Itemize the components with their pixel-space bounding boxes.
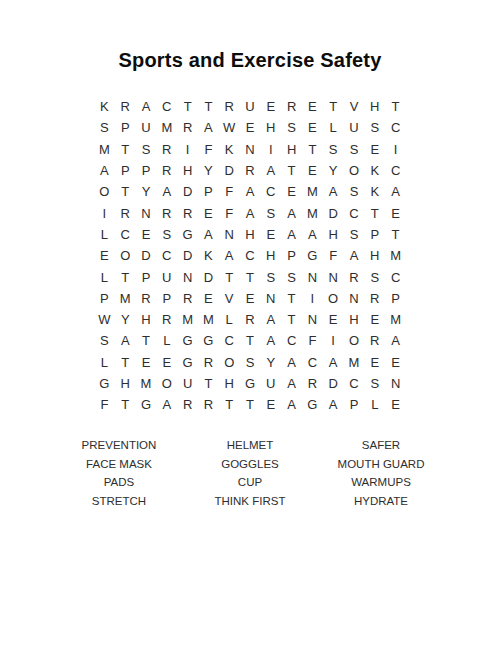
grid-cell[interactable]: U [344,117,365,138]
grid-cell[interactable]: A [198,117,219,138]
grid-cell[interactable]: C [385,117,406,138]
grid-cell[interactable]: A [281,202,302,223]
grid-cell[interactable]: D [177,245,198,266]
grid-cell[interactable]: A [260,330,281,351]
grid-cell[interactable]: H [323,224,344,245]
grid-cell[interactable]: T [281,288,302,309]
grid-cell[interactable]: H [177,160,198,181]
grid-cell[interactable]: A [136,96,157,117]
grid-cell[interactable]: E [385,202,406,223]
grid-cell[interactable]: H [364,245,385,266]
grid-cell[interactable]: M [385,309,406,330]
grid-cell[interactable]: G [240,373,261,394]
grid-cell[interactable]: E [94,245,115,266]
word-list-item: HYDRATE [316,492,446,510]
grid-cell[interactable]: S [364,373,385,394]
grid-cell[interactable]: A [156,181,177,202]
grid-cell[interactable]: A [156,394,177,415]
grid-cell[interactable]: V [344,96,365,117]
grid-cell[interactable]: F [198,139,219,160]
grid-cell[interactable]: H [240,224,261,245]
grid-cell[interactable]: Y [323,160,344,181]
grid-cell[interactable]: T [136,330,157,351]
grid-cell[interactable]: P [385,288,406,309]
letter-grid: KRACTTRUERETVHTSPUMRAWEHSELUSCMTSRIFKNIH… [94,96,406,415]
grid-cell[interactable]: E [136,352,157,373]
grid-cell[interactable]: D [323,373,344,394]
grid-cell[interactable]: C [156,245,177,266]
grid-cell[interactable]: S [344,139,365,160]
grid-cell[interactable]: S [344,224,365,245]
grid-cell[interactable]: P [344,394,365,415]
grid-cell[interactable]: Y [260,352,281,373]
grid-cell[interactable]: C [344,373,365,394]
grid-cell[interactable]: M [302,202,323,223]
grid-cell[interactable]: C [385,266,406,287]
grid-cell[interactable]: R [364,288,385,309]
grid-cell[interactable]: U [136,117,157,138]
word-list-item: GOGGLES [185,455,315,473]
grid-cell[interactable]: A [94,160,115,181]
grid-cell[interactable]: H [115,373,136,394]
word-search-page: Sports and Exercise Safety KRACTTRUERETV… [0,0,500,647]
grid-cell[interactable]: T [240,266,261,287]
grid-cell[interactable]: C [260,181,281,202]
grid-cell[interactable]: G [177,224,198,245]
grid-cell[interactable]: C [385,160,406,181]
grid-cell[interactable]: R [177,288,198,309]
grid-cell[interactable]: U [240,96,261,117]
grid-cell[interactable]: A [281,352,302,373]
grid-cell[interactable]: O [323,288,344,309]
grid-cell[interactable]: E [281,181,302,202]
grid-cell[interactable]: D [177,181,198,202]
grid-cell[interactable]: T [219,266,240,287]
grid-cell[interactable]: R [240,160,261,181]
word-list-item: FACE MASK [54,455,184,473]
grid-cell[interactable]: P [94,288,115,309]
word-list-item: STRETCH [54,492,184,510]
grid-cell[interactable]: T [281,309,302,330]
grid-cell[interactable]: T [198,373,219,394]
grid-cell[interactable]: V [219,288,240,309]
grid-cell[interactable]: O [344,160,365,181]
grid-cell[interactable]: N [177,266,198,287]
word-list-column: PREVENTIONFACE MASKPADSSTRETCH [54,436,184,510]
grid-cell[interactable]: E [260,96,281,117]
grid-cell[interactable]: T [115,181,136,202]
grid-cell[interactable]: D [198,266,219,287]
grid-cell[interactable]: K [94,96,115,117]
grid-cell[interactable]: R [156,160,177,181]
grid-cell[interactable]: T [385,224,406,245]
grid-cell[interactable]: D [219,160,240,181]
grid-cell[interactable]: R [115,96,136,117]
grid-cell[interactable]: T [240,394,261,415]
grid-cell[interactable]: A [281,394,302,415]
word-list-item: PREVENTION [54,436,184,454]
grid-cell[interactable]: M [344,352,365,373]
grid-cell[interactable]: R [156,309,177,330]
grid-cell[interactable]: O [344,330,365,351]
grid-cell[interactable]: P [136,266,157,287]
grid-cell[interactable]: S [240,352,261,373]
grid-cell[interactable]: A [260,309,281,330]
grid-cell[interactable]: R [198,352,219,373]
word-list: PREVENTIONFACE MASKPADSSTRETCHHELMETGOGG… [54,436,446,510]
grid-cell[interactable]: F [302,330,323,351]
grid-cell[interactable]: S [94,330,115,351]
grid-cell[interactable]: R [302,373,323,394]
grid-cell[interactable]: L [94,266,115,287]
grid-cell[interactable]: D [323,202,344,223]
grid-cell[interactable]: S [136,139,157,160]
grid-cell[interactable]: R [177,394,198,415]
grid-cell[interactable]: R [240,309,261,330]
grid-cell[interactable]: R [177,202,198,223]
word-list-item: SAFER [316,436,446,454]
grid-cell[interactable]: P [115,117,136,138]
puzzle-title: Sports and Exercise Safety [0,0,500,72]
grid-cell[interactable]: E [364,309,385,330]
grid-cell[interactable]: O [219,352,240,373]
grid-cell[interactable]: C [219,330,240,351]
grid-cell[interactable]: C [281,330,302,351]
grid-cell[interactable]: S [281,266,302,287]
grid-cell[interactable]: P [198,181,219,202]
grid-cell[interactable]: L [219,309,240,330]
grid-cell[interactable]: M [115,288,136,309]
grid-cell[interactable]: P [281,245,302,266]
grid-cell[interactable]: R [115,202,136,223]
grid-cell[interactable]: G [177,352,198,373]
grid-cell[interactable]: R [177,117,198,138]
grid-cell[interactable]: H [281,139,302,160]
grid-cell[interactable]: A [281,373,302,394]
grid-cell[interactable]: R [364,330,385,351]
grid-cell[interactable]: G [94,373,115,394]
grid-cell[interactable]: M [302,181,323,202]
grid-cell[interactable]: H [344,309,365,330]
grid-cell[interactable]: A [323,352,344,373]
grid-cell[interactable]: E [364,139,385,160]
grid-cell[interactable]: C [344,202,365,223]
grid-cell[interactable]: I [385,139,406,160]
grid-cell[interactable]: E [302,117,323,138]
grid-cell[interactable]: C [115,224,136,245]
grid-cell[interactable]: I [302,288,323,309]
grid-cell[interactable]: S [94,117,115,138]
grid-cell[interactable]: M [198,309,219,330]
grid-cell[interactable]: P [156,288,177,309]
grid-cell[interactable]: N [385,373,406,394]
grid-cell[interactable]: S [281,117,302,138]
grid-cell[interactable]: E [364,352,385,373]
grid-cell[interactable]: T [198,96,219,117]
grid-cell[interactable]: K [364,160,385,181]
word-list-column: HELMETGOGGLESCUPTHINK FIRST [185,436,315,510]
grid-cell[interactable]: M [94,139,115,160]
grid-cell[interactable]: H [260,245,281,266]
grid-cell[interactable]: L [94,224,115,245]
grid-cell[interactable]: A [240,181,261,202]
grid-cell[interactable]: R [281,96,302,117]
grid-cell[interactable]: M [156,117,177,138]
grid-cell[interactable]: A [323,181,344,202]
word-list-column: SAFERMOUTH GUARDWARMUPSHYDRATE [316,436,446,510]
grid-cell[interactable]: G [177,330,198,351]
grid-cell[interactable]: N [323,266,344,287]
grid-cell[interactable]: A [281,224,302,245]
grid-cell[interactable]: S [344,181,365,202]
grid-cell[interactable]: E [302,96,323,117]
grid-cell[interactable]: R [156,202,177,223]
grid-cell[interactable]: N [240,139,261,160]
grid-cell[interactable]: S [260,266,281,287]
grid-cell[interactable]: Y [198,160,219,181]
grid-cell[interactable]: O [156,373,177,394]
grid-cell[interactable]: E [136,224,157,245]
grid-cell[interactable]: T [115,352,136,373]
grid-cell[interactable]: L [323,117,344,138]
grid-cell[interactable]: E [240,288,261,309]
grid-cell[interactable]: K [219,139,240,160]
grid-cell[interactable]: I [94,202,115,223]
grid-cell[interactable]: N [302,266,323,287]
word-list-item: CUP [185,473,315,491]
grid-cell[interactable]: G [302,394,323,415]
grid-cell[interactable]: C [240,245,261,266]
grid-cell[interactable]: P [364,224,385,245]
grid-cell[interactable]: E [240,117,261,138]
grid-cell[interactable]: O [115,245,136,266]
grid-cell[interactable]: H [260,117,281,138]
grid-cell[interactable]: P [115,160,136,181]
grid-cell[interactable]: I [260,139,281,160]
grid-cell[interactable]: L [156,330,177,351]
grid-cell[interactable]: A [323,394,344,415]
grid-cell[interactable]: N [302,309,323,330]
grid-cell[interactable]: A [240,202,261,223]
grid-cell[interactable]: A [115,330,136,351]
grid-cell[interactable]: I [323,330,344,351]
grid-cell[interactable]: L [364,394,385,415]
grid-cell[interactable]: W [219,117,240,138]
grid-cell[interactable]: T [323,96,344,117]
grid-cell[interactable]: Y [136,181,157,202]
grid-cell[interactable]: R [156,139,177,160]
grid-cell[interactable]: N [219,224,240,245]
grid-cell[interactable]: W [94,309,115,330]
grid-cell[interactable]: M [177,309,198,330]
grid-cell[interactable]: E [198,202,219,223]
grid-cell[interactable]: S [364,266,385,287]
grid-cell[interactable]: R [136,288,157,309]
grid-cell[interactable]: T [115,394,136,415]
word-list-item: PADS [54,473,184,491]
grid-cell[interactable]: H [136,309,157,330]
grid-cell[interactable]: K [364,181,385,202]
grid-cell[interactable]: E [385,352,406,373]
grid-cell[interactable]: R [344,266,365,287]
grid-cell[interactable]: T [115,139,136,160]
grid-cell[interactable]: R [198,394,219,415]
grid-cell[interactable]: M [385,245,406,266]
grid-cell[interactable]: T [302,139,323,160]
grid-cell[interactable]: U [156,266,177,287]
grid-cell[interactable]: E [198,288,219,309]
grid-cell[interactable]: F [219,181,240,202]
grid-cell[interactable]: K [198,245,219,266]
grid-cell[interactable]: E [260,394,281,415]
word-list-item: THINK FIRST [185,492,315,510]
grid-cell[interactable]: T [364,202,385,223]
grid-cell[interactable]: F [323,245,344,266]
grid-cell[interactable]: A [344,245,365,266]
grid-cell[interactable]: C [156,96,177,117]
grid-cell[interactable]: O [94,181,115,202]
grid-cell[interactable]: T [240,330,261,351]
grid-cell[interactable]: T [385,96,406,117]
grid-cell[interactable]: T [177,96,198,117]
grid-cell[interactable]: S [260,202,281,223]
grid-cell[interactable]: U [177,373,198,394]
grid-cell[interactable]: H [364,96,385,117]
grid-cell[interactable]: H [219,373,240,394]
word-list-item: WARMUPS [316,473,446,491]
grid-cell[interactable]: R [219,96,240,117]
grid-cell[interactable]: T [219,394,240,415]
grid-cell[interactable]: P [136,160,157,181]
grid-cell[interactable]: I [177,139,198,160]
grid-cell[interactable]: F [94,394,115,415]
grid-cell[interactable]: A [385,181,406,202]
grid-cell[interactable]: N [260,288,281,309]
grid-cell[interactable]: N [136,202,157,223]
grid-cell[interactable]: T [115,266,136,287]
grid-cell[interactable]: G [136,394,157,415]
grid-cell[interactable]: M [136,373,157,394]
grid-cell[interactable]: E [156,352,177,373]
grid-cell[interactable]: U [260,373,281,394]
grid-cell[interactable]: N [344,288,365,309]
grid-cell[interactable]: G [198,330,219,351]
grid-cell[interactable]: C [302,352,323,373]
grid-cell[interactable]: S [156,224,177,245]
grid-cell[interactable]: A [198,224,219,245]
grid-cell[interactable]: S [364,117,385,138]
grid-cell[interactable]: E [385,394,406,415]
grid-cell[interactable]: L [94,352,115,373]
grid-cell[interactable]: T [281,160,302,181]
grid-cell[interactable]: F [219,202,240,223]
grid-cell[interactable]: E [302,160,323,181]
word-list-item: HELMET [185,436,315,454]
grid-cell[interactable]: S [323,139,344,160]
grid-cell[interactable]: A [385,330,406,351]
word-list-item: MOUTH GUARD [316,455,446,473]
grid-cell[interactable]: D [136,245,157,266]
grid-cell[interactable]: E [260,224,281,245]
grid-cell[interactable]: A [302,224,323,245]
grid-cell[interactable]: A [260,160,281,181]
grid-cell[interactable]: A [219,245,240,266]
grid-cell[interactable]: E [323,309,344,330]
grid-cell[interactable]: G [302,245,323,266]
grid-cell[interactable]: Y [115,309,136,330]
